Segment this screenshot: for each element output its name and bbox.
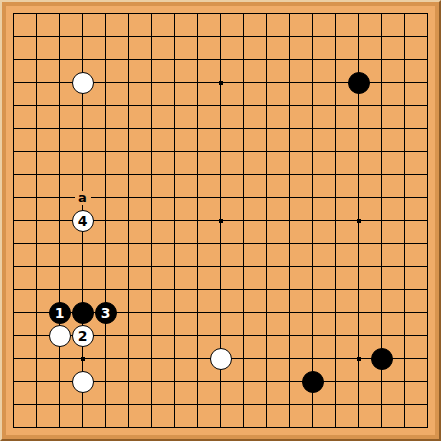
stone-black-o3[interactable]: [302, 371, 324, 393]
stone-black-q16[interactable]: [348, 72, 370, 94]
star-point: [357, 357, 361, 361]
grid-line-vertical: [266, 13, 267, 428]
stone-black-d6[interactable]: [72, 302, 94, 324]
star-point: [219, 219, 223, 223]
stone-white-c5[interactable]: [49, 325, 71, 347]
grid-line-vertical: [404, 13, 405, 428]
grid-line-horizontal: [13, 243, 428, 244]
grid-line-vertical: [335, 13, 336, 428]
star-point: [81, 357, 85, 361]
grid-line-horizontal: [13, 427, 428, 428]
grid-line-vertical: [312, 13, 313, 428]
stone-white-d10[interactable]: 4: [72, 210, 94, 232]
grid-line-vertical: [427, 13, 428, 428]
stone-white-d3[interactable]: [72, 371, 94, 393]
point-label-a[interactable]: a: [75, 191, 91, 205]
stone-black-c6[interactable]: 1: [49, 302, 71, 324]
grid-line-horizontal: [13, 404, 428, 405]
stone-white-k4[interactable]: [210, 348, 232, 370]
grid-line-horizontal: [13, 266, 428, 267]
stone-white-d16[interactable]: [72, 72, 94, 94]
grid-line-vertical: [289, 13, 290, 428]
grid-line-horizontal: [13, 289, 428, 290]
go-board: a4132: [0, 0, 441, 441]
star-point: [219, 81, 223, 85]
stone-black-r4[interactable]: [371, 348, 393, 370]
stone-black-e6[interactable]: 3: [95, 302, 117, 324]
grid-line-vertical: [243, 13, 244, 428]
star-point: [357, 219, 361, 223]
stone-white-d5[interactable]: 2: [72, 325, 94, 347]
